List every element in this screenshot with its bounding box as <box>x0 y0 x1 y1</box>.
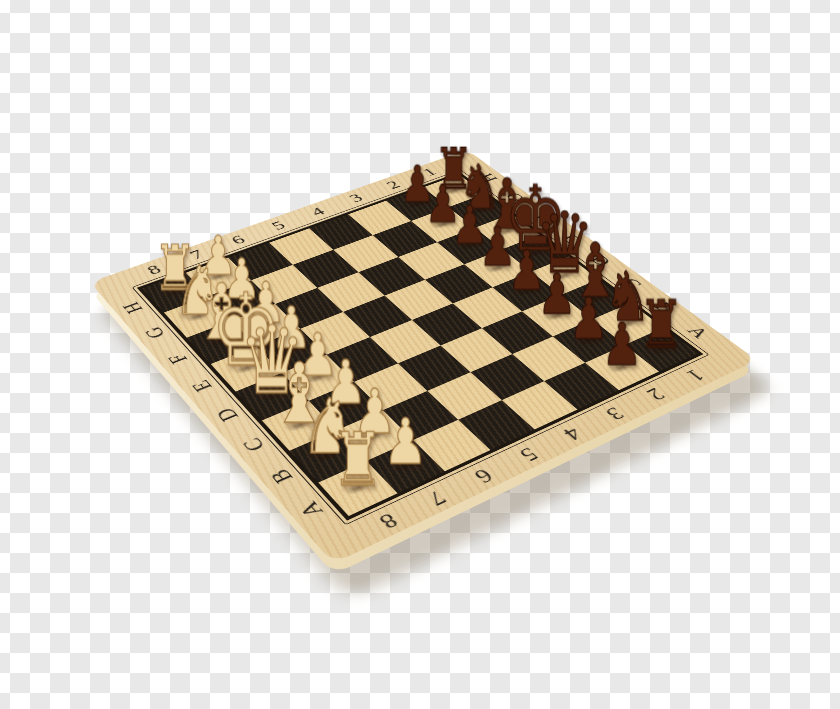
transparent-background: 87654321 87654321 HGFEDCBA HGFEDCBA ♜♟♞♟… <box>0 0 840 709</box>
chessboard-scene: 87654321 87654321 HGFEDCBA HGFEDCBA ♜♟♞♟… <box>90 150 757 564</box>
file-label-H: H <box>103 292 161 324</box>
chessboard: 87654321 87654321 HGFEDCBA HGFEDCBA ♜♟♞♟… <box>90 150 757 564</box>
glyph-wR: ♜ <box>332 423 383 497</box>
glyph-bP: ♟ <box>601 316 642 374</box>
